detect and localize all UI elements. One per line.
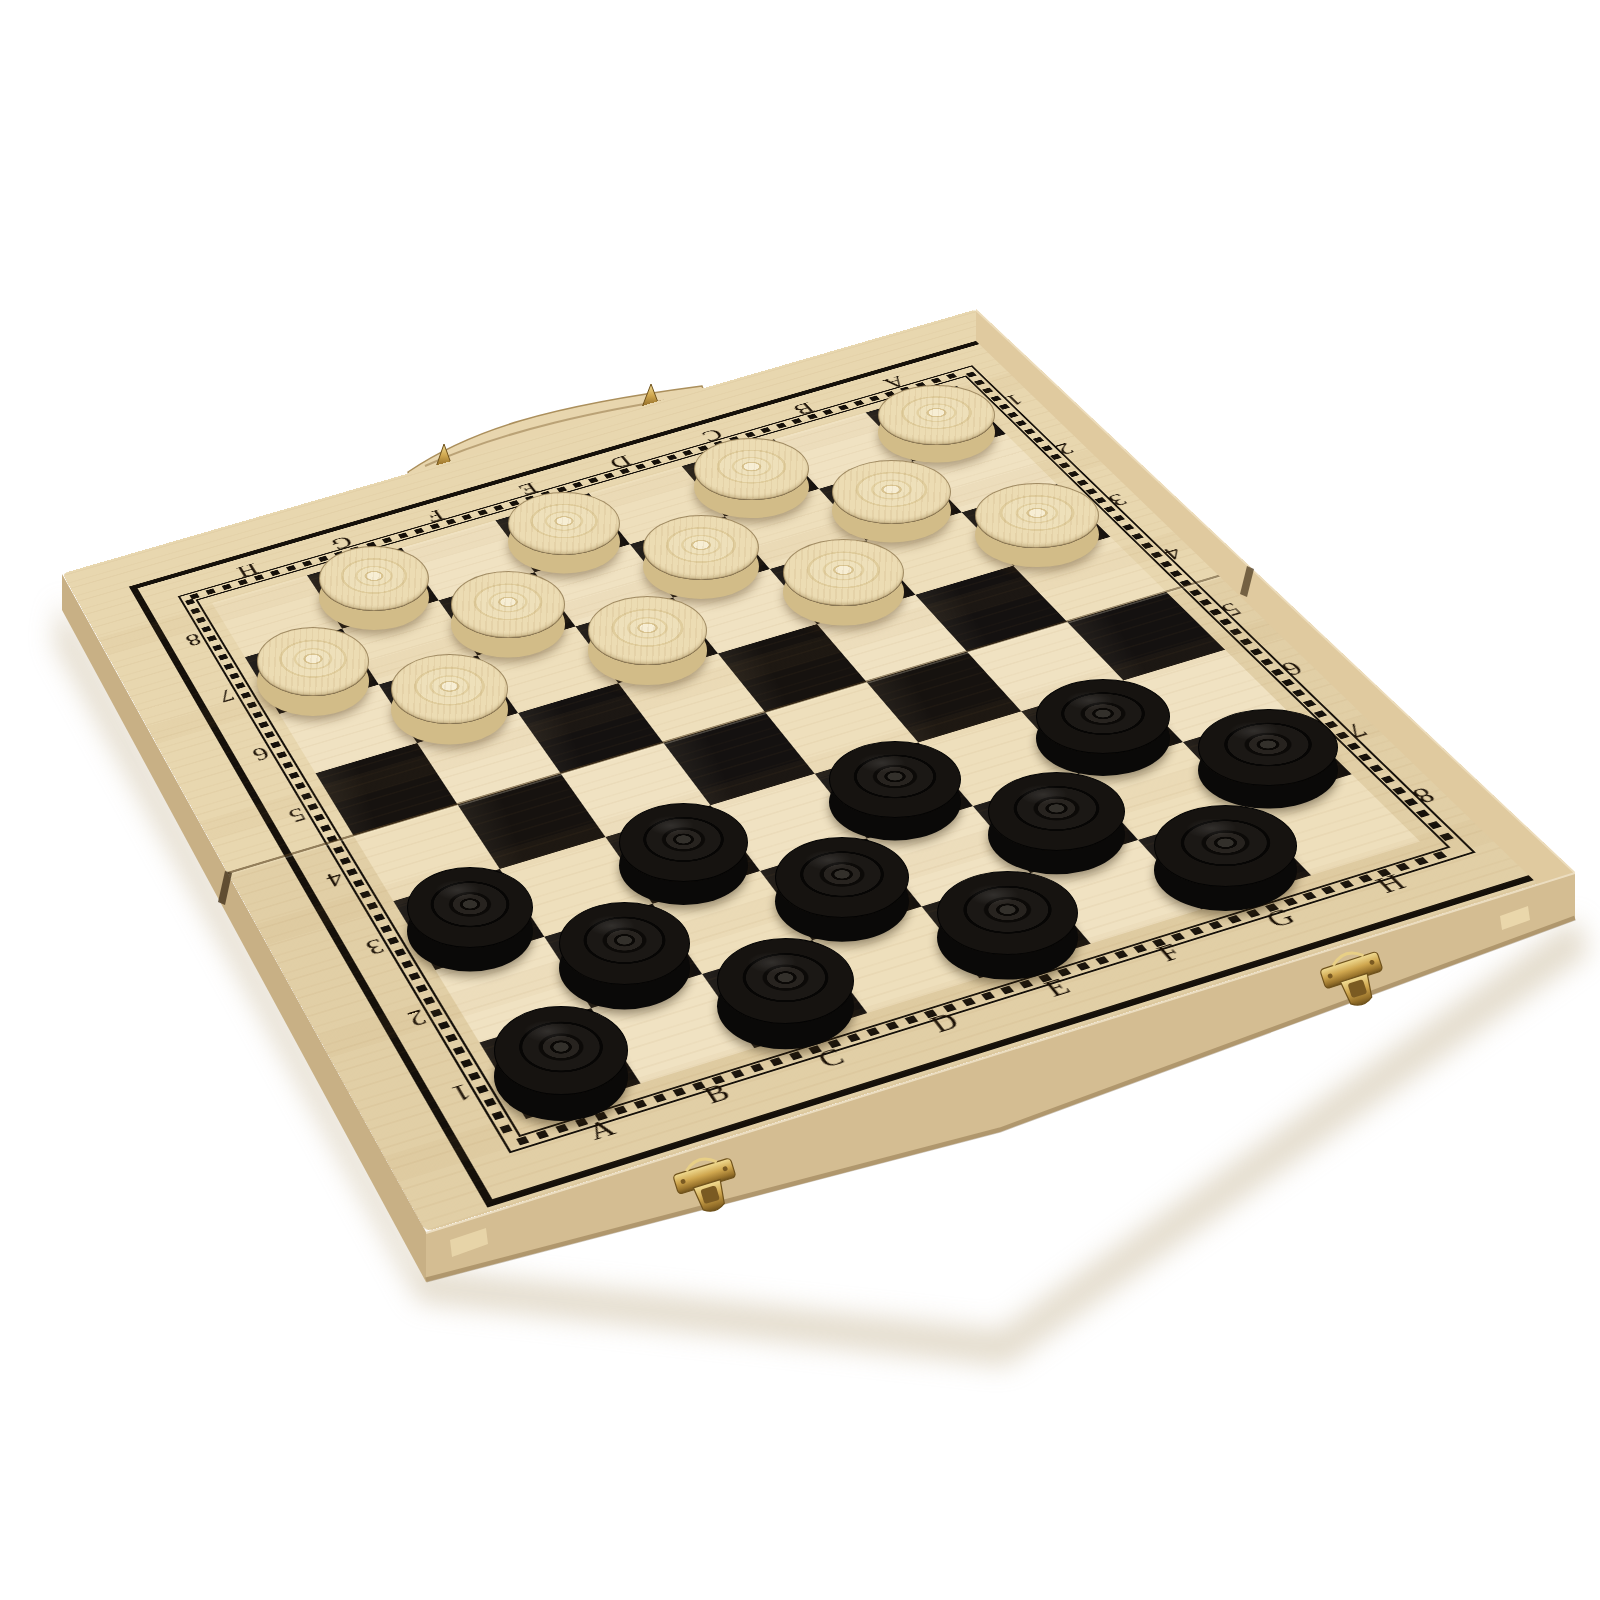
checker-glyph-dark: ⛂ xyxy=(620,804,747,881)
checker-glyph-light: ⛀ xyxy=(392,655,506,723)
checker-piece-light-e7[interactable]: ⛀ xyxy=(643,515,760,580)
checker-piece-dark-a3[interactable]: ⛂ xyxy=(407,867,533,948)
checker-glyph-light: ⛀ xyxy=(320,547,428,610)
checker-piece-light-d8[interactable]: ⛀ xyxy=(508,492,620,556)
checker-piece-dark-c3[interactable]: ⛂ xyxy=(619,803,748,882)
checker-piece-dark-g1[interactable]: ⛂ xyxy=(1154,805,1298,887)
checker-glyph-light: ⛀ xyxy=(784,540,903,605)
checker-piece-light-a7[interactable]: ⛀ xyxy=(257,627,369,695)
checker-piece-light-c7[interactable]: ⛀ xyxy=(451,571,565,638)
checker-piece-dark-a1[interactable]: ⛂ xyxy=(494,1006,628,1094)
checker-glyph-light: ⛀ xyxy=(695,439,808,499)
checker-glyph-dark: ⛂ xyxy=(1155,806,1297,886)
checker-piece-light-d6[interactable]: ⛀ xyxy=(588,596,707,665)
checker-glyph-light: ⛀ xyxy=(452,572,564,637)
checker-piece-dark-c1[interactable]: ⛂ xyxy=(717,938,854,1024)
checker-piece-dark-h2[interactable]: ⛂ xyxy=(1198,709,1338,786)
checker-glyph-dark: ⛂ xyxy=(776,838,908,917)
checker-glyph-dark: ⛂ xyxy=(830,742,960,817)
checker-piece-light-b6[interactable]: ⛀ xyxy=(391,654,507,724)
checker-glyph-light: ⛀ xyxy=(644,516,759,579)
product-photo-stage: AH81BG72CF63DE54ED45FC36GB27HA18 xyxy=(0,0,1600,1600)
checker-glyph-dark: ⛂ xyxy=(495,1007,627,1093)
pieces-layer: ⛀⛀⛀⛀⛀⛀⛀⛀⛀⛀⛀⛀⛂⛂⛂⛂⛂⛂⛂⛂⛂⛂⛂⛂ xyxy=(0,0,1600,1600)
checker-glyph-dark: ⛂ xyxy=(938,872,1077,954)
checker-glyph-dark: ⛂ xyxy=(408,868,532,947)
checker-piece-dark-b2[interactable]: ⛂ xyxy=(559,902,690,985)
checker-piece-light-f8[interactable]: ⛀ xyxy=(694,438,809,500)
checker-glyph-light: ⛀ xyxy=(976,484,1098,548)
checker-glyph-light: ⛀ xyxy=(509,493,619,555)
checker-glyph-dark: ⛂ xyxy=(989,773,1125,850)
checker-glyph-light: ⛀ xyxy=(879,386,994,445)
checker-piece-light-g7[interactable]: ⛀ xyxy=(832,460,951,524)
checker-glyph-light: ⛀ xyxy=(833,461,950,523)
checker-piece-light-b8[interactable]: ⛀ xyxy=(319,546,429,611)
checker-glyph-light: ⛀ xyxy=(258,628,368,694)
checker-piece-dark-d2[interactable]: ⛂ xyxy=(775,837,909,918)
checker-piece-dark-f2[interactable]: ⛂ xyxy=(988,772,1126,851)
checker-piece-light-f6[interactable]: ⛀ xyxy=(783,539,904,606)
checker-piece-light-h8[interactable]: ⛀ xyxy=(878,385,995,446)
checker-glyph-dark: ⛂ xyxy=(1199,710,1337,785)
checker-piece-dark-g3[interactable]: ⛂ xyxy=(1036,679,1171,754)
checker-glyph-dark: ⛂ xyxy=(718,939,853,1023)
checker-piece-dark-e1[interactable]: ⛂ xyxy=(937,871,1078,955)
checker-piece-light-h6[interactable]: ⛀ xyxy=(975,483,1099,549)
checker-glyph-dark: ⛂ xyxy=(560,903,689,984)
checker-glyph-light: ⛀ xyxy=(589,597,706,664)
checker-glyph-dark: ⛂ xyxy=(1037,680,1170,753)
checker-piece-dark-e3[interactable]: ⛂ xyxy=(829,741,961,818)
